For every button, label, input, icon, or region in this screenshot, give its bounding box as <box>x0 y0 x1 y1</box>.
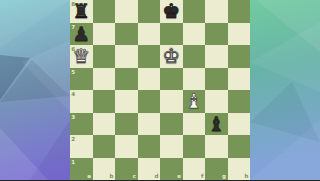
square-b5[interactable] <box>93 68 116 91</box>
square-d4[interactable] <box>138 90 161 113</box>
square-c2[interactable] <box>115 135 138 158</box>
square-e4[interactable] <box>160 90 183 113</box>
square-h4[interactable] <box>228 90 251 113</box>
square-h8[interactable] <box>228 0 251 23</box>
square-c8[interactable] <box>115 0 138 23</box>
piece-black-king-e8[interactable]: ♚ <box>160 0 183 23</box>
piece-white-queen-a6[interactable]: ♛ <box>70 45 93 68</box>
file-label-h: h <box>245 173 249 179</box>
file-label-e: e <box>177 173 181 179</box>
square-a1[interactable]: 1a <box>70 158 93 181</box>
square-c6[interactable] <box>115 45 138 68</box>
square-b8[interactable] <box>93 0 116 23</box>
square-d6[interactable] <box>138 45 161 68</box>
square-a4[interactable]: 4 <box>70 90 93 113</box>
square-h2[interactable] <box>228 135 251 158</box>
square-f1[interactable]: f <box>183 158 206 181</box>
square-b6[interactable] <box>93 45 116 68</box>
file-label-d: d <box>155 173 159 179</box>
square-c4[interactable] <box>115 90 138 113</box>
square-e6[interactable]: ♚ <box>160 45 183 68</box>
square-a3[interactable]: 3 <box>70 113 93 136</box>
square-h1[interactable]: h <box>228 158 251 181</box>
square-f8[interactable] <box>183 0 206 23</box>
square-a6[interactable]: 6♛ <box>70 45 93 68</box>
square-e1[interactable]: e <box>160 158 183 181</box>
rank-label-2: 2 <box>71 136 75 142</box>
square-f6[interactable] <box>183 45 206 68</box>
rank-label-5: 5 <box>71 69 75 75</box>
square-b7[interactable] <box>93 23 116 46</box>
file-label-c: c <box>133 173 136 179</box>
square-c1[interactable]: c <box>115 158 138 181</box>
square-g1[interactable]: g <box>205 158 228 181</box>
square-d3[interactable] <box>138 113 161 136</box>
square-e3[interactable] <box>160 113 183 136</box>
file-label-b: b <box>110 173 114 179</box>
square-a5[interactable]: 5 <box>70 68 93 91</box>
square-e5[interactable] <box>160 68 183 91</box>
chess-board: 8♜♚7♟6♛♚54♝3♝21abcdefgh <box>70 0 250 180</box>
square-h7[interactable] <box>228 23 251 46</box>
square-b2[interactable] <box>93 135 116 158</box>
piece-white-king-e6[interactable]: ♚ <box>160 45 183 68</box>
square-c3[interactable] <box>115 113 138 136</box>
square-f2[interactable] <box>183 135 206 158</box>
video-frame: 8♜♚7♟6♛♚54♝3♝21abcdefgh <box>0 0 320 180</box>
square-d5[interactable] <box>138 68 161 91</box>
square-d1[interactable]: d <box>138 158 161 181</box>
square-b1[interactable]: b <box>93 158 116 181</box>
square-e2[interactable] <box>160 135 183 158</box>
square-g4[interactable] <box>205 90 228 113</box>
square-c7[interactable] <box>115 23 138 46</box>
square-a7[interactable]: 7♟ <box>70 23 93 46</box>
square-d8[interactable] <box>138 0 161 23</box>
square-g7[interactable] <box>205 23 228 46</box>
square-d7[interactable] <box>138 23 161 46</box>
piece-black-rook-a8[interactable]: ♜ <box>70 0 93 23</box>
rank-label-3: 3 <box>71 114 75 120</box>
piece-black-bishop-g3[interactable]: ♝ <box>205 113 228 136</box>
square-c5[interactable] <box>115 68 138 91</box>
file-label-a: a <box>87 173 91 179</box>
square-a8[interactable]: 8♜ <box>70 0 93 23</box>
square-h3[interactable] <box>228 113 251 136</box>
square-d2[interactable] <box>138 135 161 158</box>
square-b3[interactable] <box>93 113 116 136</box>
square-f5[interactable] <box>183 68 206 91</box>
square-f3[interactable] <box>183 113 206 136</box>
piece-black-pawn-a7[interactable]: ♟ <box>70 23 93 46</box>
square-h6[interactable] <box>228 45 251 68</box>
square-f4[interactable]: ♝ <box>183 90 206 113</box>
square-a2[interactable]: 2 <box>70 135 93 158</box>
rank-label-1: 1 <box>71 159 75 165</box>
file-label-g: g <box>222 173 226 179</box>
square-g8[interactable] <box>205 0 228 23</box>
square-e7[interactable] <box>160 23 183 46</box>
square-g5[interactable] <box>205 68 228 91</box>
square-g3[interactable]: ♝ <box>205 113 228 136</box>
square-g2[interactable] <box>205 135 228 158</box>
square-f7[interactable] <box>183 23 206 46</box>
rank-label-4: 4 <box>71 91 75 97</box>
square-h5[interactable] <box>228 68 251 91</box>
square-b4[interactable] <box>93 90 116 113</box>
piece-white-bishop-f4[interactable]: ♝ <box>183 90 206 113</box>
square-e8[interactable]: ♚ <box>160 0 183 23</box>
file-label-f: f <box>201 173 203 179</box>
square-g6[interactable] <box>205 45 228 68</box>
